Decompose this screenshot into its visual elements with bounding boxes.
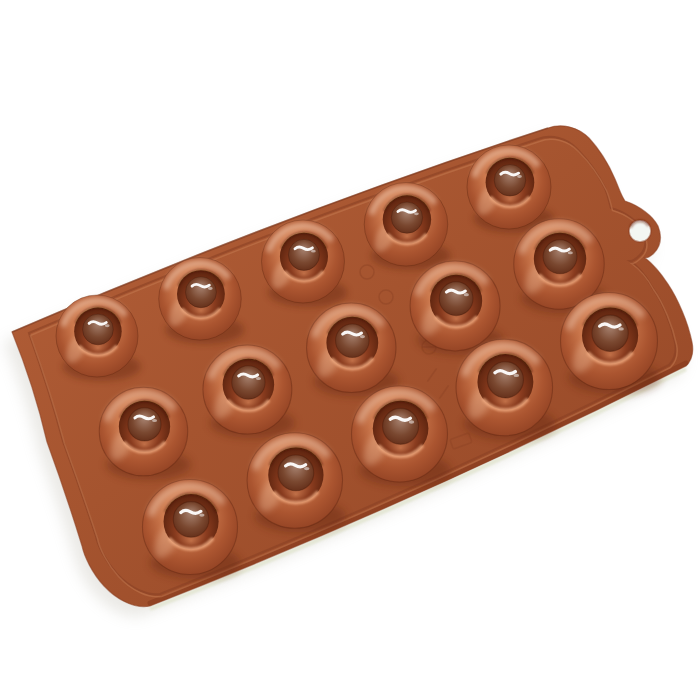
recess-pool [336, 324, 370, 358]
recess-pool [543, 240, 577, 274]
recess-pool [439, 282, 473, 316]
specular-dot [514, 374, 519, 377]
recess-pool [288, 239, 319, 270]
specular-dot [208, 287, 213, 290]
specular-dot [105, 324, 110, 327]
specular-dot [517, 175, 522, 178]
specular-dot [152, 419, 157, 422]
recess-pool [592, 315, 628, 351]
recess-pool [383, 408, 419, 444]
recess-pool [494, 165, 526, 197]
recess-pool [391, 202, 422, 233]
specular-dot [199, 514, 204, 517]
specular-dot [568, 251, 573, 254]
hang-tab-hole [629, 220, 651, 242]
recess-pool [487, 362, 523, 398]
specular-dot [304, 467, 309, 470]
recess-pool [232, 366, 265, 399]
recess-pool [185, 277, 216, 308]
recess-pool [128, 408, 161, 441]
recess-pool [278, 455, 314, 491]
specular-dot [311, 250, 316, 253]
product-photo [0, 0, 700, 700]
specular-dot [409, 420, 414, 423]
recess-pool [173, 502, 209, 538]
mold-photo-svg [0, 0, 700, 700]
specular-dot [360, 335, 365, 338]
specular-dot [414, 212, 419, 215]
recess-pool [83, 314, 114, 345]
specular-dot [256, 377, 261, 380]
specular-dot [618, 327, 624, 330]
specular-dot [464, 293, 469, 296]
